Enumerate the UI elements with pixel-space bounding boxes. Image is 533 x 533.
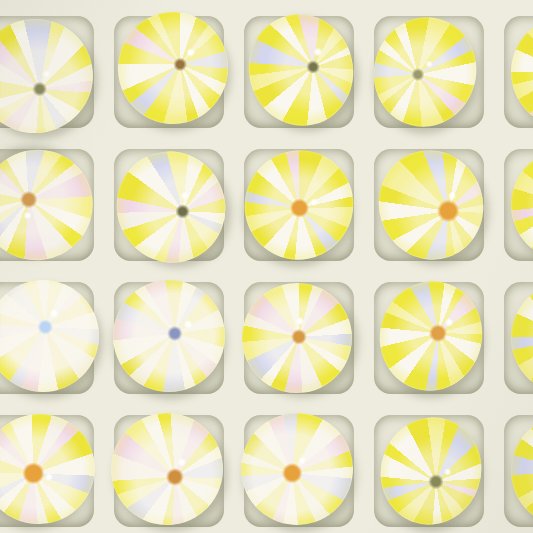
crystal-rivoli: [0, 398, 110, 533]
crystal-rivoli: [222, 263, 372, 413]
crystal-rivoli: [223, 129, 375, 281]
crystal-tray-photo: [0, 0, 533, 533]
